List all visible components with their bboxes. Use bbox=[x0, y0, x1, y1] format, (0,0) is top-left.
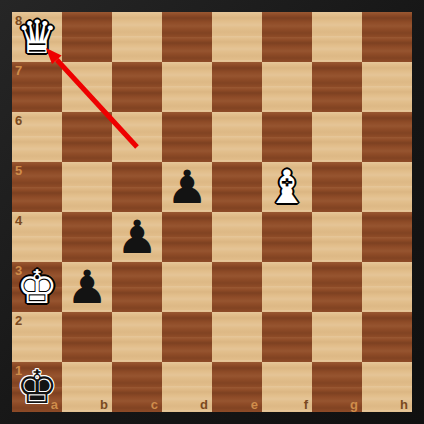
file-label-b: b bbox=[100, 397, 108, 412]
square-e5[interactable] bbox=[212, 162, 262, 212]
square-b1[interactable]: b bbox=[62, 362, 112, 412]
square-c7[interactable] bbox=[112, 62, 162, 112]
square-b8[interactable] bbox=[62, 12, 112, 62]
file-label-g: g bbox=[350, 397, 358, 412]
square-h4[interactable] bbox=[362, 212, 412, 262]
square-f1[interactable]: f bbox=[262, 362, 312, 412]
square-h7[interactable] bbox=[362, 62, 412, 112]
square-g4[interactable] bbox=[312, 212, 362, 262]
square-a8[interactable]: 8♛ bbox=[12, 12, 62, 62]
chess-board: 8♛765♟♝4♟3♚♟21a♚bcdefgh bbox=[12, 12, 412, 412]
square-c1[interactable]: c bbox=[112, 362, 162, 412]
square-g5[interactable] bbox=[312, 162, 362, 212]
rank-label-2: 2 bbox=[15, 313, 22, 328]
square-e4[interactable] bbox=[212, 212, 262, 262]
rank-label-4: 4 bbox=[15, 213, 22, 228]
square-e8[interactable] bbox=[212, 12, 262, 62]
black-king[interactable]: ♚ bbox=[12, 362, 62, 412]
square-b2[interactable] bbox=[62, 312, 112, 362]
square-d1[interactable]: d bbox=[162, 362, 212, 412]
square-h1[interactable]: h bbox=[362, 362, 412, 412]
square-h5[interactable] bbox=[362, 162, 412, 212]
square-d3[interactable] bbox=[162, 262, 212, 312]
square-c4[interactable]: ♟ bbox=[112, 212, 162, 262]
square-d2[interactable] bbox=[162, 312, 212, 362]
square-e3[interactable] bbox=[212, 262, 262, 312]
square-e1[interactable]: e bbox=[212, 362, 262, 412]
square-g6[interactable] bbox=[312, 112, 362, 162]
square-d8[interactable] bbox=[162, 12, 212, 62]
square-a6[interactable]: 6 bbox=[12, 112, 62, 162]
square-c8[interactable] bbox=[112, 12, 162, 62]
square-b7[interactable] bbox=[62, 62, 112, 112]
square-e2[interactable] bbox=[212, 312, 262, 362]
square-h8[interactable] bbox=[362, 12, 412, 62]
square-b4[interactable] bbox=[62, 212, 112, 262]
square-a2[interactable]: 2 bbox=[12, 312, 62, 362]
square-f8[interactable] bbox=[262, 12, 312, 62]
square-a5[interactable]: 5 bbox=[12, 162, 62, 212]
square-c3[interactable] bbox=[112, 262, 162, 312]
file-label-e: e bbox=[251, 397, 258, 412]
square-a4[interactable]: 4 bbox=[12, 212, 62, 262]
square-f6[interactable] bbox=[262, 112, 312, 162]
file-label-d: d bbox=[200, 397, 208, 412]
board-frame: 8♛765♟♝4♟3♚♟21a♚bcdefgh bbox=[0, 0, 424, 424]
square-b5[interactable] bbox=[62, 162, 112, 212]
square-c5[interactable] bbox=[112, 162, 162, 212]
square-f3[interactable] bbox=[262, 262, 312, 312]
square-e6[interactable] bbox=[212, 112, 262, 162]
square-c2[interactable] bbox=[112, 312, 162, 362]
square-h3[interactable] bbox=[362, 262, 412, 312]
file-label-h: h bbox=[400, 397, 408, 412]
square-g2[interactable] bbox=[312, 312, 362, 362]
square-f2[interactable] bbox=[262, 312, 312, 362]
square-d5[interactable]: ♟ bbox=[162, 162, 212, 212]
black-pawn[interactable]: ♟ bbox=[112, 212, 162, 262]
square-g1[interactable]: g bbox=[312, 362, 362, 412]
square-c6[interactable] bbox=[112, 112, 162, 162]
white-queen[interactable]: ♛ bbox=[12, 12, 62, 62]
square-f5[interactable]: ♝ bbox=[262, 162, 312, 212]
square-a1[interactable]: 1a♚ bbox=[12, 362, 62, 412]
square-g7[interactable] bbox=[312, 62, 362, 112]
square-f4[interactable] bbox=[262, 212, 312, 262]
white-bishop[interactable]: ♝ bbox=[262, 162, 312, 212]
square-a7[interactable]: 7 bbox=[12, 62, 62, 112]
square-h2[interactable] bbox=[362, 312, 412, 362]
white-king[interactable]: ♚ bbox=[12, 262, 62, 312]
square-d7[interactable] bbox=[162, 62, 212, 112]
square-f7[interactable] bbox=[262, 62, 312, 112]
rank-label-7: 7 bbox=[15, 63, 22, 78]
square-a3[interactable]: 3♚ bbox=[12, 262, 62, 312]
file-label-c: c bbox=[151, 397, 158, 412]
square-e7[interactable] bbox=[212, 62, 262, 112]
rank-label-5: 5 bbox=[15, 163, 22, 178]
black-pawn[interactable]: ♟ bbox=[62, 262, 112, 312]
square-g8[interactable] bbox=[312, 12, 362, 62]
square-d6[interactable] bbox=[162, 112, 212, 162]
square-d4[interactable] bbox=[162, 212, 212, 262]
square-h6[interactable] bbox=[362, 112, 412, 162]
black-pawn[interactable]: ♟ bbox=[162, 162, 212, 212]
square-g3[interactable] bbox=[312, 262, 362, 312]
file-label-f: f bbox=[304, 397, 308, 412]
square-b3[interactable]: ♟ bbox=[62, 262, 112, 312]
square-b6[interactable] bbox=[62, 112, 112, 162]
rank-label-6: 6 bbox=[15, 113, 22, 128]
